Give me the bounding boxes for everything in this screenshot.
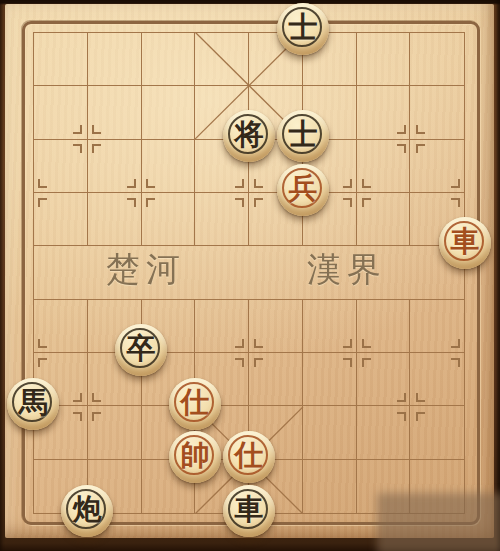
- river-label-chu-he: 楚河: [81, 248, 211, 290]
- piece-black-soldier[interactable]: 卒: [115, 324, 167, 376]
- grid-cell: [249, 353, 303, 406]
- piece-red-soldier[interactable]: 兵: [277, 164, 329, 216]
- grid-cell: [195, 193, 249, 246]
- grid-cell: [142, 33, 196, 86]
- grid-cell: [357, 353, 411, 406]
- river-label-han-jie: 漢界: [282, 248, 412, 290]
- grid-cell: [34, 33, 88, 86]
- grid-cell: [357, 406, 411, 459]
- grid-cell: [195, 33, 249, 86]
- grid-cell: [357, 193, 411, 246]
- piece-black-chariot[interactable]: 車: [223, 485, 275, 537]
- grid-cell: [357, 140, 411, 193]
- grid-cell: [410, 140, 464, 193]
- piece-red-advisor[interactable]: 仕: [169, 378, 221, 430]
- piece-character: 炮: [61, 483, 113, 535]
- grid-cell: [34, 300, 88, 353]
- piece-black-horse[interactable]: 馬: [7, 378, 59, 430]
- grid-cell: [142, 140, 196, 193]
- piece-character: 士: [277, 108, 329, 160]
- grid-cell: [34, 86, 88, 139]
- grid-cell: [357, 86, 411, 139]
- grid-cell: [410, 460, 464, 513]
- piece-red-chariot[interactable]: 車: [439, 217, 491, 269]
- piece-character: 帥: [169, 429, 221, 481]
- grid-cell: [195, 300, 249, 353]
- grid-cell: [410, 406, 464, 459]
- grid-cell: [303, 300, 357, 353]
- grid-cell: [410, 86, 464, 139]
- grid-cell: [142, 193, 196, 246]
- grid-cell: [303, 353, 357, 406]
- piece-character: 仕: [223, 429, 275, 481]
- grid-cell: [357, 460, 411, 513]
- piece-black-cannon[interactable]: 炮: [61, 485, 113, 537]
- grid-cell: [303, 406, 357, 459]
- grid-cell: [410, 300, 464, 353]
- grid-cell: [357, 300, 411, 353]
- grid-cell: [88, 140, 142, 193]
- piece-character: 兵: [277, 162, 329, 214]
- piece-character: 馬: [7, 376, 59, 428]
- piece-character: 車: [439, 215, 491, 267]
- piece-red-advisor[interactable]: 仕: [223, 431, 275, 483]
- grid-cell: [142, 86, 196, 139]
- grid-cell: [88, 193, 142, 246]
- grid-cell: [357, 33, 411, 86]
- grid-cell: [410, 33, 464, 86]
- grid-cell: [34, 140, 88, 193]
- grid-cell: [34, 193, 88, 246]
- piece-character: 卒: [115, 322, 167, 374]
- piece-black-general[interactable]: 将: [223, 110, 275, 162]
- grid-cell: [410, 353, 464, 406]
- piece-character: 士: [277, 1, 329, 53]
- piece-character: 車: [223, 483, 275, 535]
- grid-cell: [249, 300, 303, 353]
- piece-character: 仕: [169, 376, 221, 428]
- piece-red-general[interactable]: 帥: [169, 431, 221, 483]
- grid-cell: [303, 460, 357, 513]
- grid-cell: [34, 246, 88, 299]
- xiangqi-board: 楚河 漢界 士将士兵車卒馬仕帥仕炮車: [0, 0, 500, 551]
- piece-character: 将: [223, 108, 275, 160]
- grid-cell: [88, 33, 142, 86]
- grid-cell: [88, 406, 142, 459]
- piece-black-advisor[interactable]: 士: [277, 3, 329, 55]
- grid-cell: [88, 86, 142, 139]
- piece-black-advisor[interactable]: 士: [277, 110, 329, 162]
